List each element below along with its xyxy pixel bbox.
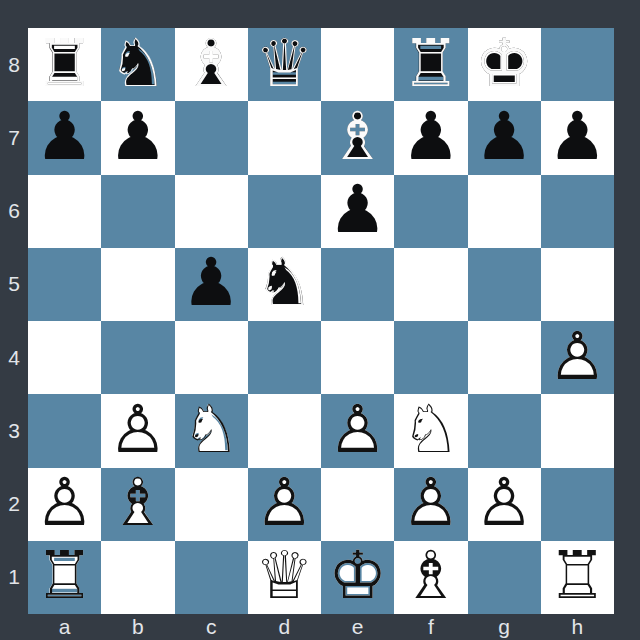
black-queen-d8[interactable]: ♛♕: [248, 28, 321, 101]
black-pawn-f7[interactable]: ♟♙: [394, 101, 467, 174]
piece-outline-glyph: ♙: [321, 393, 394, 466]
square-h7[interactable]: ♟♙: [541, 101, 614, 174]
piece-outline-glyph: ♕: [248, 540, 321, 613]
piece-fill-glyph: ♟: [541, 320, 614, 393]
piece-outline-glyph: ♖: [28, 27, 101, 100]
square-c3[interactable]: ♞♘: [175, 394, 248, 467]
piece-fill-glyph: ♜: [28, 540, 101, 613]
square-h3[interactable]: [541, 394, 614, 467]
piece-outline-glyph: ♔: [468, 27, 541, 100]
square-g4[interactable]: [468, 321, 541, 394]
square-h2[interactable]: [541, 468, 614, 541]
square-d6[interactable]: [248, 175, 321, 248]
square-e4[interactable]: [321, 321, 394, 394]
square-g2[interactable]: ♟♙: [468, 468, 541, 541]
chess-diagram: 87654321 ♜♖♞♘♝♗♛♕♜♖♚♔♟♙♟♙♝♗♟♙♟♙♟♙♟♙♟♙♞♘♟…: [0, 0, 640, 640]
rank-labels: 87654321: [0, 28, 28, 614]
square-e5[interactable]: [321, 248, 394, 321]
piece-outline-glyph: ♙: [541, 320, 614, 393]
square-d5[interactable]: ♞♘: [248, 248, 321, 321]
white-pawn-h4[interactable]: ♟♙: [541, 321, 614, 394]
piece-fill-glyph: ♟: [101, 100, 174, 173]
file-label-f: f: [394, 614, 467, 640]
rank-label-1: 1: [0, 541, 28, 614]
file-label-g: g: [468, 614, 541, 640]
square-c8[interactable]: ♝♗: [175, 28, 248, 101]
piece-fill-glyph: ♞: [394, 393, 467, 466]
square-c6[interactable]: [175, 175, 248, 248]
white-knight-c3[interactable]: ♞♘: [175, 394, 248, 467]
black-bishop-e7[interactable]: ♝♗: [321, 101, 394, 174]
square-g1[interactable]: [468, 541, 541, 614]
black-king-g8[interactable]: ♚♔: [468, 28, 541, 101]
square-g5[interactable]: [468, 248, 541, 321]
piece-outline-glyph: ♔: [321, 540, 394, 613]
square-a6[interactable]: [28, 175, 101, 248]
square-g6[interactable]: [468, 175, 541, 248]
square-f3[interactable]: ♞♘: [394, 394, 467, 467]
square-b1[interactable]: [101, 541, 174, 614]
white-queen-d1[interactable]: ♛♕: [248, 541, 321, 614]
white-knight-f3[interactable]: ♞♘: [394, 394, 467, 467]
white-rook-a1[interactable]: ♜♖: [28, 541, 101, 614]
file-label-b: b: [101, 614, 174, 640]
white-pawn-d2[interactable]: ♟♙: [248, 468, 321, 541]
piece-fill-glyph: ♟: [28, 100, 101, 173]
square-b2[interactable]: ♝♗: [101, 468, 174, 541]
square-b6[interactable]: [101, 175, 174, 248]
square-f5[interactable]: [394, 248, 467, 321]
square-f1[interactable]: ♝♗: [394, 541, 467, 614]
piece-fill-glyph: ♝: [321, 100, 394, 173]
square-e7[interactable]: ♝♗: [321, 101, 394, 174]
piece-fill-glyph: ♞: [248, 247, 321, 320]
square-f2[interactable]: ♟♙: [394, 468, 467, 541]
piece-outline-glyph: ♕: [248, 27, 321, 100]
piece-fill-glyph: ♚: [321, 540, 394, 613]
chess-board: ♜♖♞♘♝♗♛♕♜♖♚♔♟♙♟♙♝♗♟♙♟♙♟♙♟♙♟♙♞♘♟♙♟♙♞♘♟♙♞♘…: [28, 28, 614, 614]
white-bishop-b2[interactable]: ♝♗: [101, 468, 174, 541]
piece-fill-glyph: ♜: [28, 27, 101, 100]
white-pawn-a2[interactable]: ♟♙: [28, 468, 101, 541]
black-knight-d5[interactable]: ♞♘: [248, 248, 321, 321]
file-label-e: e: [321, 614, 394, 640]
square-a5[interactable]: [28, 248, 101, 321]
file-label-d: d: [248, 614, 321, 640]
square-a1[interactable]: ♜♖: [28, 541, 101, 614]
rank-label-5: 5: [0, 248, 28, 321]
square-c7[interactable]: [175, 101, 248, 174]
square-d8[interactable]: ♛♕: [248, 28, 321, 101]
piece-fill-glyph: ♟: [321, 174, 394, 247]
piece-fill-glyph: ♝: [394, 540, 467, 613]
piece-outline-glyph: ♗: [321, 100, 394, 173]
piece-fill-glyph: ♛: [248, 27, 321, 100]
piece-outline-glyph: ♙: [28, 467, 101, 540]
piece-fill-glyph: ♟: [175, 247, 248, 320]
white-rook-h1[interactable]: ♜♖: [541, 541, 614, 614]
white-pawn-f2[interactable]: ♟♙: [394, 468, 467, 541]
square-f8[interactable]: ♜♖: [394, 28, 467, 101]
piece-fill-glyph: ♜: [394, 27, 467, 100]
black-pawn-a7[interactable]: ♟♙: [28, 101, 101, 174]
piece-outline-glyph: ♗: [175, 27, 248, 100]
black-knight-b8[interactable]: ♞♘: [101, 28, 174, 101]
rank-label-8: 8: [0, 28, 28, 101]
square-e6[interactable]: ♟♙: [321, 175, 394, 248]
square-a3[interactable]: [28, 394, 101, 467]
square-d7[interactable]: [248, 101, 321, 174]
piece-outline-glyph: ♙: [248, 467, 321, 540]
piece-fill-glyph: ♞: [101, 27, 174, 100]
square-h1[interactable]: ♜♖: [541, 541, 614, 614]
white-pawn-b3[interactable]: ♟♙: [101, 394, 174, 467]
black-rook-f8[interactable]: ♜♖: [394, 28, 467, 101]
piece-fill-glyph: ♟: [101, 393, 174, 466]
piece-outline-glyph: ♖: [541, 540, 614, 613]
rank-label-2: 2: [0, 468, 28, 541]
piece-fill-glyph: ♟: [321, 393, 394, 466]
square-a2[interactable]: ♟♙: [28, 468, 101, 541]
square-c5[interactable]: ♟♙: [175, 248, 248, 321]
square-e8[interactable]: [321, 28, 394, 101]
rank-label-6: 6: [0, 175, 28, 248]
piece-fill-glyph: ♝: [101, 467, 174, 540]
piece-outline-glyph: ♗: [101, 467, 174, 540]
square-g7[interactable]: ♟♙: [468, 101, 541, 174]
piece-outline-glyph: ♙: [468, 467, 541, 540]
square-h5[interactable]: [541, 248, 614, 321]
piece-outline-glyph: ♘: [248, 247, 321, 320]
piece-outline-glyph: ♖: [28, 540, 101, 613]
square-g8[interactable]: ♚♔: [468, 28, 541, 101]
file-labels: abcdefgh: [28, 614, 614, 640]
square-d4[interactable]: [248, 321, 321, 394]
square-e3[interactable]: ♟♙: [321, 394, 394, 467]
square-b5[interactable]: [101, 248, 174, 321]
square-c4[interactable]: [175, 321, 248, 394]
square-b4[interactable]: [101, 321, 174, 394]
square-d1[interactable]: ♛♕: [248, 541, 321, 614]
square-h6[interactable]: [541, 175, 614, 248]
file-label-c: c: [175, 614, 248, 640]
black-pawn-g7[interactable]: ♟♙: [468, 101, 541, 174]
piece-fill-glyph: ♟: [394, 467, 467, 540]
square-c1[interactable]: [175, 541, 248, 614]
square-d2[interactable]: ♟♙: [248, 468, 321, 541]
black-bishop-c8[interactable]: ♝♗: [175, 28, 248, 101]
piece-fill-glyph: ♛: [248, 540, 321, 613]
square-e1[interactable]: ♚♔: [321, 541, 394, 614]
piece-fill-glyph: ♟: [468, 100, 541, 173]
white-bishop-f1[interactable]: ♝♗: [394, 541, 467, 614]
white-pawn-g2[interactable]: ♟♙: [468, 468, 541, 541]
rank-label-4: 4: [0, 321, 28, 394]
piece-fill-glyph: ♟: [468, 467, 541, 540]
piece-fill-glyph: ♟: [394, 100, 467, 173]
piece-outline-glyph: ♘: [394, 393, 467, 466]
piece-fill-glyph: ♚: [468, 27, 541, 100]
square-b8[interactable]: ♞♘: [101, 28, 174, 101]
square-b3[interactable]: ♟♙: [101, 394, 174, 467]
piece-fill-glyph: ♜: [541, 540, 614, 613]
black-pawn-h7[interactable]: ♟♙: [541, 101, 614, 174]
piece-outline-glyph: ♗: [394, 540, 467, 613]
square-e2[interactable]: [321, 468, 394, 541]
piece-outline-glyph: ♘: [175, 393, 248, 466]
square-a4[interactable]: [28, 321, 101, 394]
black-rook-a8[interactable]: ♜♖: [28, 28, 101, 101]
square-a8[interactable]: ♜♖: [28, 28, 101, 101]
piece-outline-glyph: ♘: [101, 27, 174, 100]
piece-outline-glyph: ♙: [394, 467, 467, 540]
square-f7[interactable]: ♟♙: [394, 101, 467, 174]
file-label-h: h: [541, 614, 614, 640]
square-d3[interactable]: [248, 394, 321, 467]
square-h8[interactable]: [541, 28, 614, 101]
rank-label-7: 7: [0, 101, 28, 174]
white-pawn-e3[interactable]: ♟♙: [321, 394, 394, 467]
black-pawn-e6[interactable]: ♟♙: [321, 175, 394, 248]
square-f6[interactable]: [394, 175, 467, 248]
square-h4[interactable]: ♟♙: [541, 321, 614, 394]
piece-outline-glyph: ♙: [101, 393, 174, 466]
piece-fill-glyph: ♞: [175, 393, 248, 466]
square-c2[interactable]: [175, 468, 248, 541]
square-g3[interactable]: [468, 394, 541, 467]
piece-fill-glyph: ♟: [28, 467, 101, 540]
black-pawn-b7[interactable]: ♟♙: [101, 101, 174, 174]
white-king-e1[interactable]: ♚♔: [321, 541, 394, 614]
square-f4[interactable]: [394, 321, 467, 394]
piece-fill-glyph: ♟: [541, 100, 614, 173]
piece-fill-glyph: ♟: [248, 467, 321, 540]
piece-outline-glyph: ♖: [394, 27, 467, 100]
square-a7[interactable]: ♟♙: [28, 101, 101, 174]
piece-fill-glyph: ♝: [175, 27, 248, 100]
black-pawn-c5[interactable]: ♟♙: [175, 248, 248, 321]
file-label-a: a: [28, 614, 101, 640]
square-b7[interactable]: ♟♙: [101, 101, 174, 174]
rank-label-3: 3: [0, 394, 28, 467]
